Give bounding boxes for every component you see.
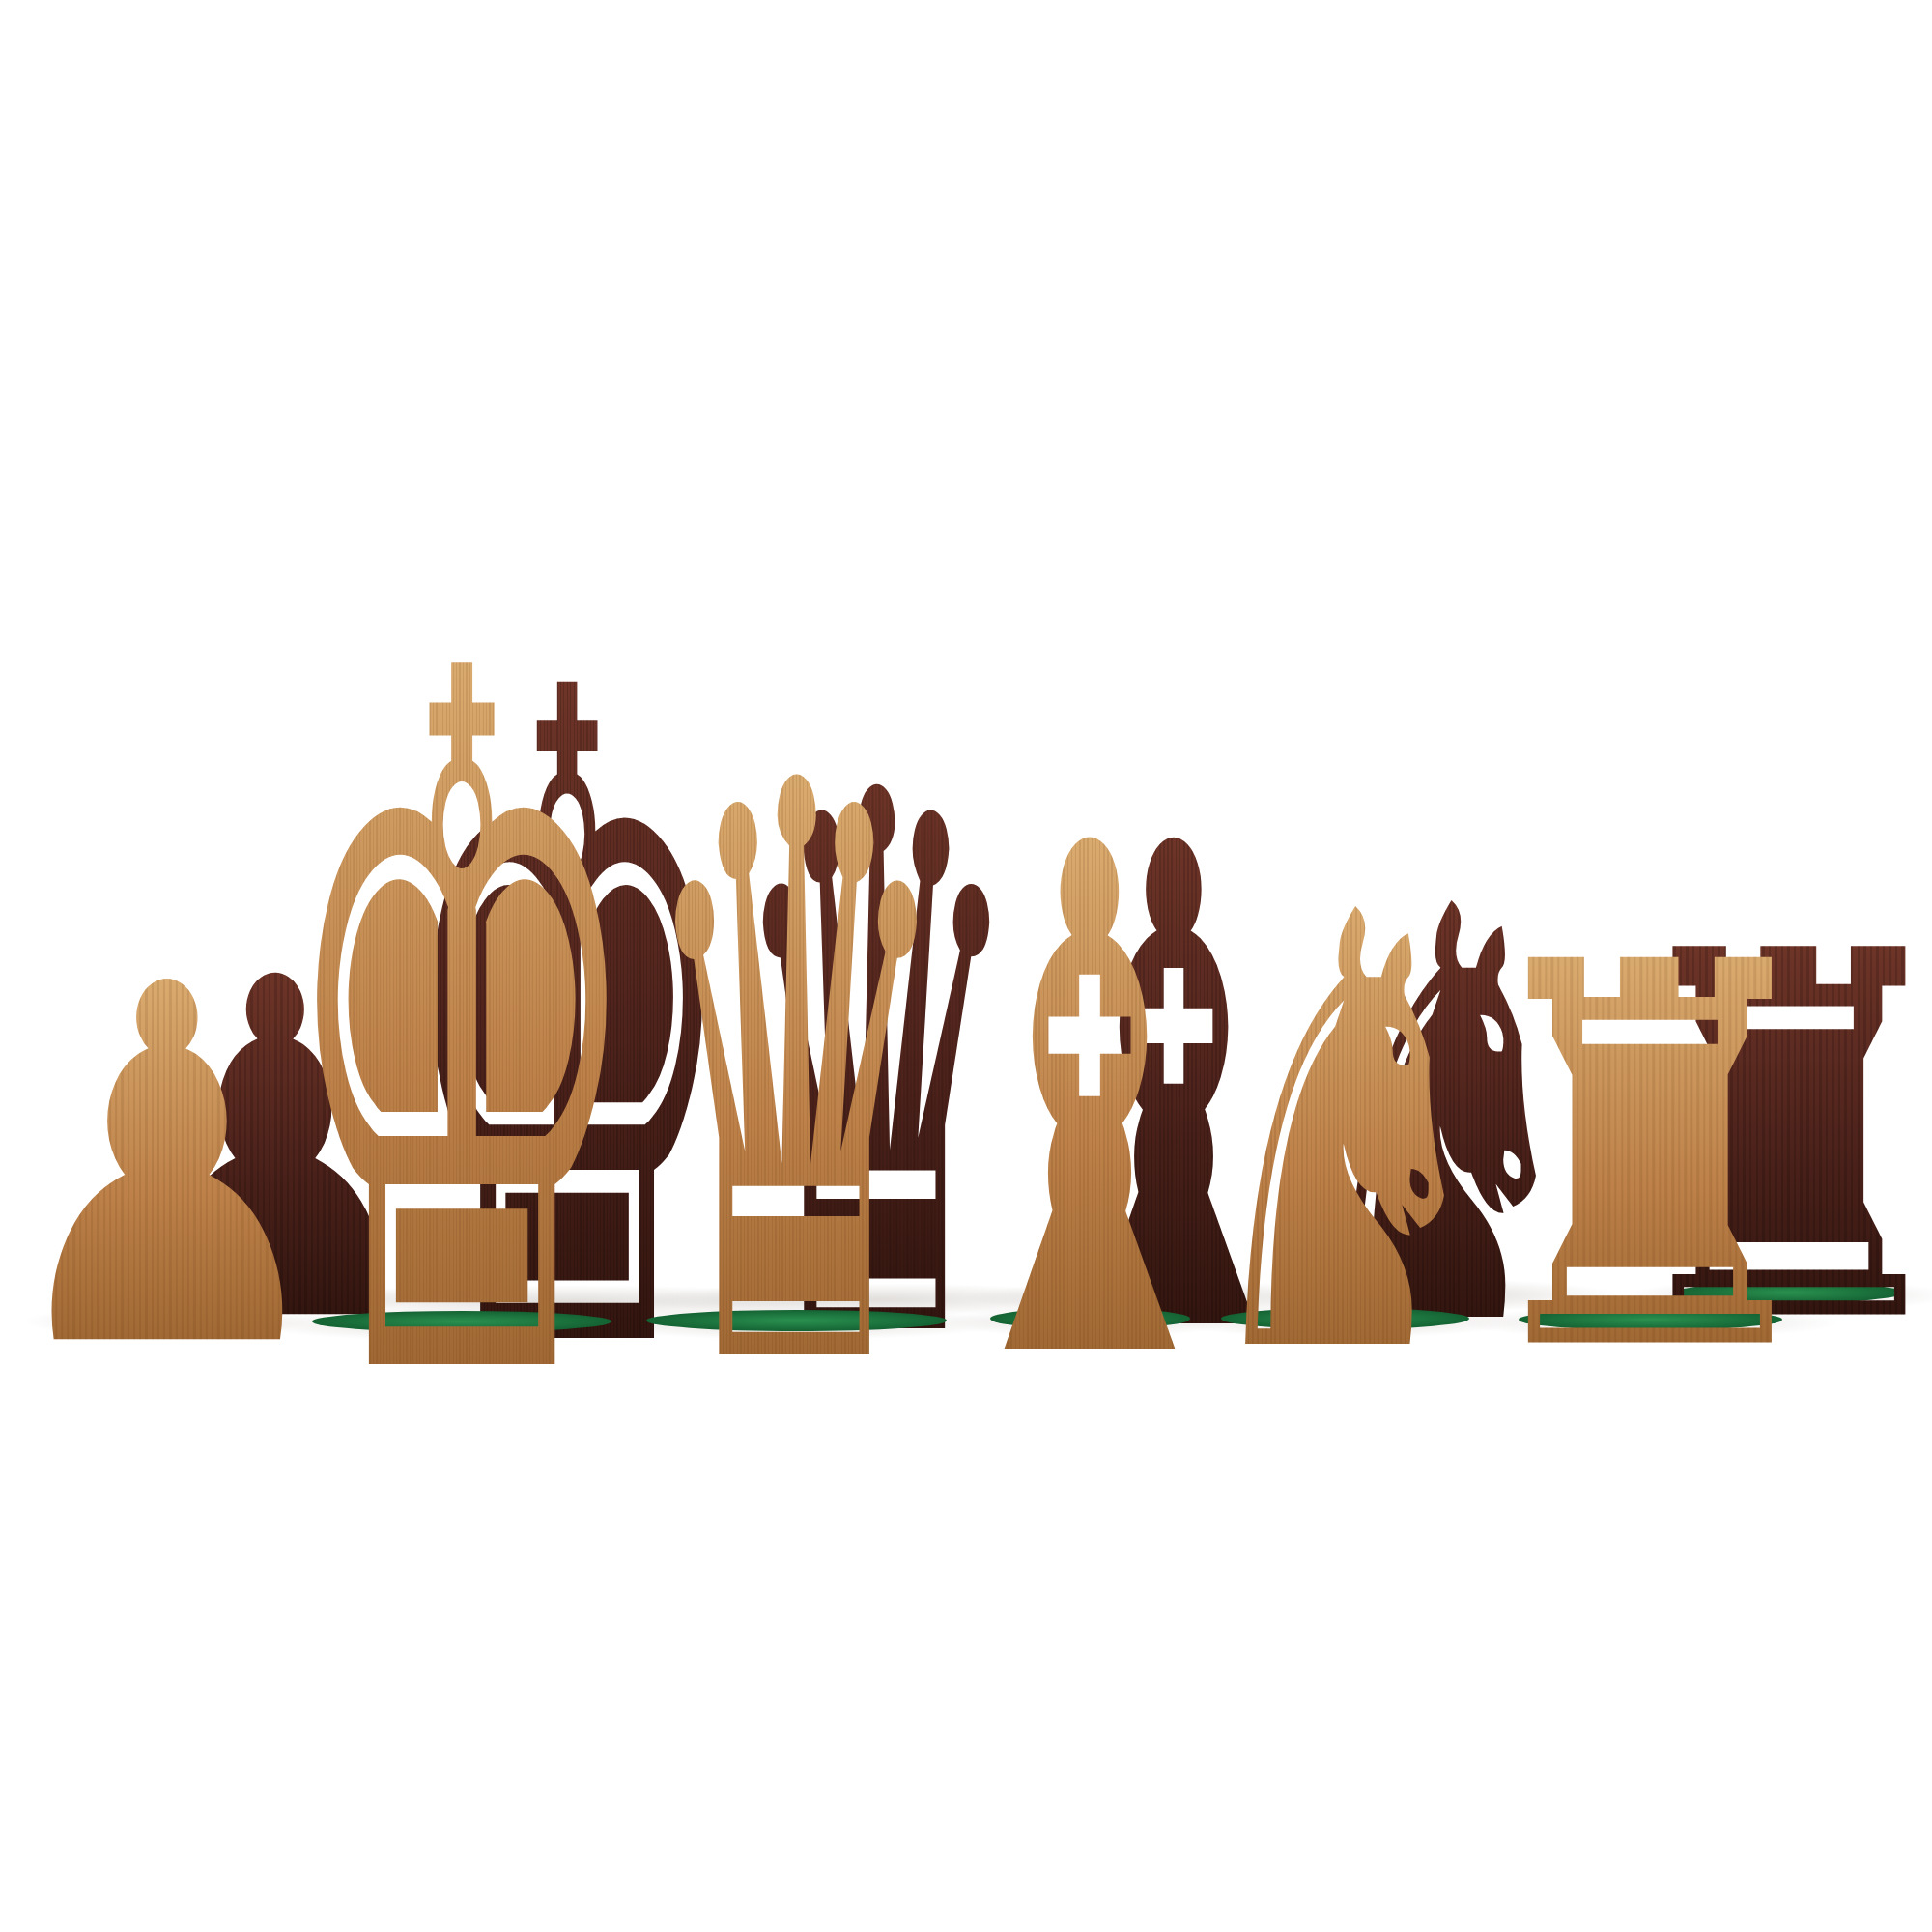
light-knight-piece: ♞ — [1189, 838, 1500, 1436]
chess-piece-lineup-photo: ♟♚♛♝♞♜♟♚♛♝♞♜ — [0, 0, 1932, 1932]
light-queen-piece: ♛ — [636, 683, 956, 1477]
light-king-piece: ♚ — [276, 551, 647, 1512]
light-rook-piece: ♜ — [1456, 895, 1843, 1423]
